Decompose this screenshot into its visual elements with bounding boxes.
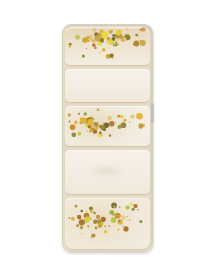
glitter-overlay-middle [65,106,150,146]
wax-segment-3 [65,106,150,146]
wax-segment-2 [65,69,150,103]
wax-segment-5 [65,198,150,250]
glitter-overlay-bottom [65,198,150,250]
glitter-overlay-top [65,27,150,65]
product-photo [0,0,222,270]
wax-segment-1 [65,27,150,65]
wax-segment-4 [65,150,150,194]
bar-edge-reflection [151,103,154,123]
wax-snap-bar [62,24,153,252]
embossed-logo-mark [82,161,133,181]
